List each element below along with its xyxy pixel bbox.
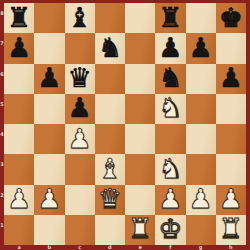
white-pawn[interactable]: ♟ xyxy=(7,185,31,212)
chess-board-frame: ♜♝♜♚♟♞♟♟♟♛♞♟♟♞♟♝♞♟♟♛♟♟♟♜♚♜ 87654321abcde… xyxy=(0,0,250,250)
square-f5[interactable]: ♞ xyxy=(155,94,185,124)
black-pawn[interactable]: ♟ xyxy=(7,34,31,61)
square-d1[interactable] xyxy=(95,215,125,245)
square-g2[interactable]: ♟ xyxy=(186,185,216,215)
file-label-g: g xyxy=(196,245,206,250)
square-h3[interactable] xyxy=(216,154,246,184)
black-knight[interactable]: ♞ xyxy=(98,34,122,61)
file-label-b: b xyxy=(44,245,54,250)
square-a1[interactable] xyxy=(4,215,34,245)
black-pawn[interactable]: ♟ xyxy=(68,94,92,121)
square-b5[interactable] xyxy=(34,94,64,124)
square-h2[interactable]: ♟ xyxy=(216,185,246,215)
square-g3[interactable] xyxy=(186,154,216,184)
square-d6[interactable] xyxy=(95,64,125,94)
square-f7[interactable]: ♟ xyxy=(155,33,185,63)
black-rook[interactable]: ♜ xyxy=(7,4,31,31)
square-h5[interactable] xyxy=(216,94,246,124)
file-label-h: h xyxy=(226,245,236,250)
rank-label-3: 3 xyxy=(0,162,4,167)
rank-label-7: 7 xyxy=(0,41,4,46)
chess-board: ♜♝♜♚♟♞♟♟♟♛♞♟♟♞♟♝♞♟♟♛♟♟♟♜♚♜ xyxy=(4,3,246,245)
square-b3[interactable] xyxy=(34,154,64,184)
rank-label-5: 5 xyxy=(0,102,4,107)
white-pawn[interactable]: ♟ xyxy=(189,185,213,212)
rank-label-1: 1 xyxy=(0,223,4,228)
square-e2[interactable] xyxy=(125,185,155,215)
square-c8[interactable]: ♝ xyxy=(65,3,95,33)
black-rook[interactable]: ♜ xyxy=(158,4,182,31)
square-g4[interactable] xyxy=(186,124,216,154)
square-d2[interactable]: ♛ xyxy=(95,185,125,215)
black-pawn[interactable]: ♟ xyxy=(219,64,243,91)
square-a8[interactable]: ♜ xyxy=(4,3,34,33)
square-f8[interactable]: ♜ xyxy=(155,3,185,33)
file-label-f: f xyxy=(165,245,175,250)
square-c2[interactable] xyxy=(65,185,95,215)
white-pawn[interactable]: ♟ xyxy=(68,125,92,152)
rank-label-6: 6 xyxy=(0,72,4,77)
square-c4[interactable]: ♟ xyxy=(65,124,95,154)
square-d4[interactable] xyxy=(95,124,125,154)
square-a4[interactable] xyxy=(4,124,34,154)
square-f6[interactable]: ♞ xyxy=(155,64,185,94)
square-b1[interactable] xyxy=(34,215,64,245)
square-g6[interactable] xyxy=(186,64,216,94)
black-king[interactable]: ♚ xyxy=(219,4,243,31)
square-h6[interactable]: ♟ xyxy=(216,64,246,94)
white-rook[interactable]: ♜ xyxy=(128,215,152,242)
white-bishop[interactable]: ♝ xyxy=(98,155,122,182)
square-e5[interactable] xyxy=(125,94,155,124)
black-queen[interactable]: ♛ xyxy=(68,64,92,91)
white-queen[interactable]: ♛ xyxy=(98,185,122,212)
square-h8[interactable]: ♚ xyxy=(216,3,246,33)
square-a3[interactable] xyxy=(4,154,34,184)
square-h4[interactable] xyxy=(216,124,246,154)
rank-label-4: 4 xyxy=(0,132,4,137)
square-e3[interactable] xyxy=(125,154,155,184)
square-c7[interactable] xyxy=(65,33,95,63)
square-d5[interactable] xyxy=(95,94,125,124)
white-knight[interactable]: ♞ xyxy=(158,155,182,182)
square-c3[interactable] xyxy=(65,154,95,184)
square-a6[interactable] xyxy=(4,64,34,94)
square-b8[interactable] xyxy=(34,3,64,33)
square-g1[interactable] xyxy=(186,215,216,245)
square-g7[interactable]: ♟ xyxy=(186,33,216,63)
white-king[interactable]: ♚ xyxy=(158,215,182,242)
white-pawn[interactable]: ♟ xyxy=(219,185,243,212)
file-label-a: a xyxy=(14,245,24,250)
square-b2[interactable]: ♟ xyxy=(34,185,64,215)
square-f2[interactable]: ♟ xyxy=(155,185,185,215)
rank-label-2: 2 xyxy=(0,193,4,198)
square-c1[interactable] xyxy=(65,215,95,245)
black-pawn[interactable]: ♟ xyxy=(189,34,213,61)
file-label-c: c xyxy=(75,245,85,250)
square-a2[interactable]: ♟ xyxy=(4,185,34,215)
square-a7[interactable]: ♟ xyxy=(4,33,34,63)
square-b4[interactable] xyxy=(34,124,64,154)
square-e6[interactable] xyxy=(125,64,155,94)
square-h7[interactable] xyxy=(216,33,246,63)
black-knight[interactable]: ♞ xyxy=(158,64,182,91)
black-bishop[interactable]: ♝ xyxy=(68,4,92,31)
square-e4[interactable] xyxy=(125,124,155,154)
file-label-d: d xyxy=(105,245,115,250)
square-f1[interactable]: ♚ xyxy=(155,215,185,245)
black-pawn[interactable]: ♟ xyxy=(37,64,61,91)
square-d3[interactable]: ♝ xyxy=(95,154,125,184)
white-knight[interactable]: ♞ xyxy=(158,94,182,121)
black-pawn[interactable]: ♟ xyxy=(158,34,182,61)
square-g5[interactable] xyxy=(186,94,216,124)
square-d7[interactable]: ♞ xyxy=(95,33,125,63)
square-e8[interactable] xyxy=(125,3,155,33)
square-a5[interactable] xyxy=(4,94,34,124)
square-f4[interactable] xyxy=(155,124,185,154)
square-c5[interactable]: ♟ xyxy=(65,94,95,124)
white-pawn[interactable]: ♟ xyxy=(158,185,182,212)
file-label-e: e xyxy=(135,245,145,250)
square-h1[interactable]: ♜ xyxy=(216,215,246,245)
square-g8[interactable] xyxy=(186,3,216,33)
square-e7[interactable] xyxy=(125,33,155,63)
white-pawn[interactable]: ♟ xyxy=(37,185,61,212)
square-c6[interactable]: ♛ xyxy=(65,64,95,94)
square-e1[interactable]: ♜ xyxy=(125,215,155,245)
white-rook[interactable]: ♜ xyxy=(219,215,243,242)
square-d8[interactable] xyxy=(95,3,125,33)
square-f3[interactable]: ♞ xyxy=(155,154,185,184)
square-b7[interactable] xyxy=(34,33,64,63)
square-b6[interactable]: ♟ xyxy=(34,64,64,94)
rank-label-8: 8 xyxy=(0,11,4,16)
